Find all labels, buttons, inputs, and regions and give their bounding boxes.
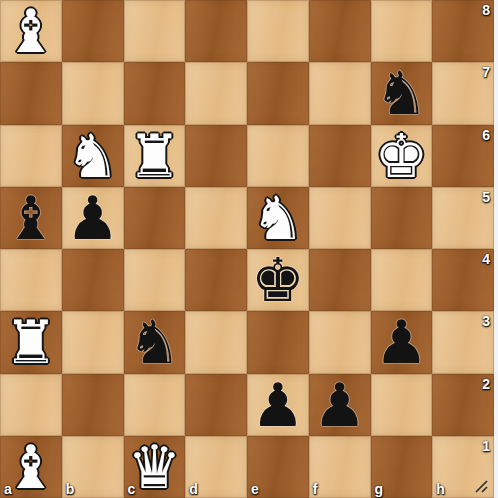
- square-f8[interactable]: [309, 0, 371, 62]
- file-label-h: h: [436, 481, 445, 497]
- square-g5[interactable]: [371, 187, 433, 249]
- white-king[interactable]: ♚: [374, 126, 428, 186]
- square-a2[interactable]: [0, 374, 62, 436]
- square-d5[interactable]: [185, 187, 247, 249]
- square-e6[interactable]: [247, 125, 309, 187]
- square-c4[interactable]: [124, 249, 186, 311]
- square-f2[interactable]: ♟: [309, 374, 371, 436]
- square-a5[interactable]: ♝: [0, 187, 62, 249]
- square-f6[interactable]: [309, 125, 371, 187]
- square-b7[interactable]: [62, 62, 124, 124]
- black-knight[interactable]: ♞: [374, 63, 428, 123]
- rank-label-8: 8: [482, 2, 490, 18]
- square-g1[interactable]: g: [371, 436, 433, 498]
- square-b1[interactable]: b: [62, 436, 124, 498]
- black-pawn[interactable]: ♟: [251, 375, 305, 435]
- square-d4[interactable]: [185, 249, 247, 311]
- square-e4[interactable]: ♚: [247, 249, 309, 311]
- square-b8[interactable]: [62, 0, 124, 62]
- square-d1[interactable]: d: [185, 436, 247, 498]
- page-background-strip: [494, 0, 498, 498]
- file-label-e: e: [251, 481, 259, 497]
- square-a1[interactable]: a♝: [0, 436, 62, 498]
- rank-label-4: 4: [482, 251, 490, 267]
- board-resize-handle[interactable]: [474, 479, 489, 494]
- square-b4[interactable]: [62, 249, 124, 311]
- square-b2[interactable]: [62, 374, 124, 436]
- square-h4[interactable]: 4: [432, 249, 494, 311]
- white-rook[interactable]: ♜: [4, 312, 58, 372]
- square-c3[interactable]: ♞: [124, 311, 186, 373]
- square-a7[interactable]: [0, 62, 62, 124]
- square-g7[interactable]: ♞: [371, 62, 433, 124]
- square-d7[interactable]: [185, 62, 247, 124]
- black-king[interactable]: ♚: [251, 250, 305, 310]
- square-a3[interactable]: ♜: [0, 311, 62, 373]
- black-pawn[interactable]: ♟: [66, 188, 120, 248]
- file-label-d: d: [189, 481, 198, 497]
- square-e2[interactable]: ♟: [247, 374, 309, 436]
- square-e1[interactable]: e: [247, 436, 309, 498]
- chess-board: ♝8♞7♞♜♚6♝♟♞5♚4♜♞♟3♟♟2a♝bc♛defgh1: [0, 0, 494, 498]
- square-c8[interactable]: [124, 0, 186, 62]
- square-e8[interactable]: [247, 0, 309, 62]
- square-b5[interactable]: ♟: [62, 187, 124, 249]
- square-g8[interactable]: [371, 0, 433, 62]
- square-g2[interactable]: [371, 374, 433, 436]
- square-h8[interactable]: 8: [432, 0, 494, 62]
- square-h3[interactable]: 3: [432, 311, 494, 373]
- square-g4[interactable]: [371, 249, 433, 311]
- square-b3[interactable]: [62, 311, 124, 373]
- white-rook[interactable]: ♜: [127, 126, 181, 186]
- rank-label-6: 6: [482, 127, 490, 143]
- black-pawn[interactable]: ♟: [374, 312, 428, 372]
- square-h7[interactable]: 7: [432, 62, 494, 124]
- black-knight[interactable]: ♞: [127, 312, 181, 372]
- square-f3[interactable]: [309, 311, 371, 373]
- square-a6[interactable]: [0, 125, 62, 187]
- white-queen[interactable]: ♛: [127, 437, 181, 497]
- page: ♝8♞7♞♜♚6♝♟♞5♚4♜♞♟3♟♟2a♝bc♛defgh1: [0, 0, 498, 498]
- rank-label-5: 5: [482, 189, 490, 205]
- square-c1[interactable]: c♛: [124, 436, 186, 498]
- square-d8[interactable]: [185, 0, 247, 62]
- white-bishop[interactable]: ♝: [4, 1, 58, 61]
- rank-label-3: 3: [482, 313, 490, 329]
- file-label-f: f: [313, 481, 318, 497]
- black-pawn[interactable]: ♟: [313, 375, 367, 435]
- square-c6[interactable]: ♜: [124, 125, 186, 187]
- square-g3[interactable]: ♟: [371, 311, 433, 373]
- square-c5[interactable]: [124, 187, 186, 249]
- black-bishop[interactable]: ♝: [4, 188, 58, 248]
- square-e7[interactable]: [247, 62, 309, 124]
- square-c2[interactable]: [124, 374, 186, 436]
- square-h2[interactable]: 2: [432, 374, 494, 436]
- square-c7[interactable]: [124, 62, 186, 124]
- rank-label-7: 7: [482, 64, 490, 80]
- resize-grip-icon: [474, 479, 489, 494]
- square-h5[interactable]: 5: [432, 187, 494, 249]
- file-label-g: g: [375, 481, 384, 497]
- white-bishop[interactable]: ♝: [4, 437, 58, 497]
- square-b6[interactable]: ♞: [62, 125, 124, 187]
- square-f5[interactable]: [309, 187, 371, 249]
- square-a8[interactable]: ♝: [0, 0, 62, 62]
- square-f1[interactable]: f: [309, 436, 371, 498]
- square-e5[interactable]: ♞: [247, 187, 309, 249]
- rank-label-1: 1: [482, 438, 490, 454]
- white-knight[interactable]: ♞: [251, 188, 305, 248]
- file-label-b: b: [66, 481, 75, 497]
- rank-label-2: 2: [482, 376, 490, 392]
- square-d6[interactable]: [185, 125, 247, 187]
- square-a4[interactable]: [0, 249, 62, 311]
- square-f7[interactable]: [309, 62, 371, 124]
- square-h6[interactable]: 6: [432, 125, 494, 187]
- square-d3[interactable]: [185, 311, 247, 373]
- square-e3[interactable]: [247, 311, 309, 373]
- white-knight[interactable]: ♞: [66, 126, 120, 186]
- square-d2[interactable]: [185, 374, 247, 436]
- square-g6[interactable]: ♚: [371, 125, 433, 187]
- square-f4[interactable]: [309, 249, 371, 311]
